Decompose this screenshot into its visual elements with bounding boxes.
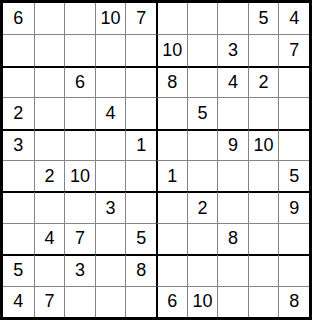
- cell-r10c9[interactable]: [248, 286, 279, 317]
- cell-r6c6[interactable]: 1: [156, 160, 187, 191]
- cell-r3c1[interactable]: [3, 66, 34, 97]
- cell-r5c2[interactable]: [34, 129, 65, 160]
- cell-r8c1[interactable]: [3, 223, 34, 254]
- cell-r3c10[interactable]: [278, 66, 309, 97]
- cell-r8c5[interactable]: 5: [125, 223, 156, 254]
- cell-r2c8[interactable]: 3: [217, 34, 248, 65]
- cell-r8c7[interactable]: [187, 223, 218, 254]
- cell-r3c7[interactable]: [187, 66, 218, 97]
- cell-r9c8[interactable]: [217, 254, 248, 285]
- cell-r3c6[interactable]: 8: [156, 66, 187, 97]
- cell-r2c3[interactable]: [64, 34, 95, 65]
- cell-r3c5[interactable]: [125, 66, 156, 97]
- cell-r6c3[interactable]: 10: [64, 160, 95, 191]
- cell-r10c5[interactable]: [125, 286, 156, 317]
- cell-r6c5[interactable]: [125, 160, 156, 191]
- cell-r3c8[interactable]: 4: [217, 66, 248, 97]
- cell-r8c6[interactable]: [156, 223, 187, 254]
- cell-r5c9[interactable]: 10: [248, 129, 279, 160]
- cell-r8c10[interactable]: [278, 223, 309, 254]
- cell-r4c5[interactable]: [125, 97, 156, 128]
- cell-r1c2[interactable]: [34, 3, 65, 34]
- cell-r4c9[interactable]: [248, 97, 279, 128]
- cell-r10c6[interactable]: 6: [156, 286, 187, 317]
- cell-r7c10[interactable]: 9: [278, 191, 309, 222]
- cell-r9c4[interactable]: [95, 254, 126, 285]
- cell-r9c5[interactable]: 8: [125, 254, 156, 285]
- cell-r10c8[interactable]: [217, 286, 248, 317]
- cell-r1c9[interactable]: 5: [248, 3, 279, 34]
- cell-r4c6[interactable]: [156, 97, 187, 128]
- cell-r10c4[interactable]: [95, 286, 126, 317]
- cell-r7c9[interactable]: [248, 191, 279, 222]
- cell-r2c5[interactable]: [125, 34, 156, 65]
- cell-r3c9[interactable]: 2: [248, 66, 279, 97]
- cell-r6c10[interactable]: 5: [278, 160, 309, 191]
- cell-r6c9[interactable]: [248, 160, 279, 191]
- cell-r10c3[interactable]: [64, 286, 95, 317]
- cell-r1c8[interactable]: [217, 3, 248, 34]
- cell-r5c1[interactable]: 3: [3, 129, 34, 160]
- cell-r4c2[interactable]: [34, 97, 65, 128]
- cell-r2c6[interactable]: 10: [156, 34, 187, 65]
- cell-r8c8[interactable]: 8: [217, 223, 248, 254]
- cell-r8c9[interactable]: [248, 223, 279, 254]
- cell-r1c4[interactable]: 10: [95, 3, 126, 34]
- cell-r5c6[interactable]: [156, 129, 187, 160]
- cell-r7c4[interactable]: 3: [95, 191, 126, 222]
- cell-r7c1[interactable]: [3, 191, 34, 222]
- cell-r7c5[interactable]: [125, 191, 156, 222]
- cell-r1c3[interactable]: [64, 3, 95, 34]
- cell-r9c2[interactable]: [34, 254, 65, 285]
- cell-r4c3[interactable]: [64, 97, 95, 128]
- cell-r9c9[interactable]: [248, 254, 279, 285]
- cell-r3c4[interactable]: [95, 66, 126, 97]
- cell-r3c3[interactable]: 6: [64, 66, 95, 97]
- sudoku-10x10-board: 6107541037684224531910210153294758538476…: [0, 0, 312, 320]
- cell-r6c4[interactable]: [95, 160, 126, 191]
- cell-r6c2[interactable]: 2: [34, 160, 65, 191]
- cell-r2c1[interactable]: [3, 34, 34, 65]
- cell-r4c7[interactable]: 5: [187, 97, 218, 128]
- cell-r2c2[interactable]: [34, 34, 65, 65]
- cell-r6c1[interactable]: [3, 160, 34, 191]
- cell-r2c4[interactable]: [95, 34, 126, 65]
- cell-r8c2[interactable]: 4: [34, 223, 65, 254]
- cell-r5c3[interactable]: [64, 129, 95, 160]
- cell-r10c7[interactable]: 10: [187, 286, 218, 317]
- cell-r7c7[interactable]: 2: [187, 191, 218, 222]
- cell-r4c10[interactable]: [278, 97, 309, 128]
- cell-r1c7[interactable]: [187, 3, 218, 34]
- cell-r5c4[interactable]: [95, 129, 126, 160]
- cell-r7c2[interactable]: [34, 191, 65, 222]
- cell-r8c3[interactable]: 7: [64, 223, 95, 254]
- cell-r1c10[interactable]: 4: [278, 3, 309, 34]
- cell-r2c9[interactable]: [248, 34, 279, 65]
- cell-r4c4[interactable]: 4: [95, 97, 126, 128]
- cell-r4c8[interactable]: [217, 97, 248, 128]
- cell-r10c2[interactable]: 7: [34, 286, 65, 317]
- cell-r9c6[interactable]: [156, 254, 187, 285]
- cell-r5c7[interactable]: [187, 129, 218, 160]
- cell-r9c10[interactable]: [278, 254, 309, 285]
- cell-r1c1[interactable]: 6: [3, 3, 34, 34]
- cell-r1c5[interactable]: 7: [125, 3, 156, 34]
- cell-r5c5[interactable]: 1: [125, 129, 156, 160]
- cell-r7c8[interactable]: [217, 191, 248, 222]
- cell-r6c8[interactable]: [217, 160, 248, 191]
- cell-r1c6[interactable]: [156, 3, 187, 34]
- cell-r4c1[interactable]: 2: [3, 97, 34, 128]
- cell-r9c3[interactable]: 3: [64, 254, 95, 285]
- cell-r9c7[interactable]: [187, 254, 218, 285]
- cell-r6c7[interactable]: [187, 160, 218, 191]
- cell-r2c7[interactable]: [187, 34, 218, 65]
- cell-r3c2[interactable]: [34, 66, 65, 97]
- cell-r10c10[interactable]: 8: [278, 286, 309, 317]
- cell-r9c1[interactable]: 5: [3, 254, 34, 285]
- cell-r7c6[interactable]: [156, 191, 187, 222]
- cell-r5c8[interactable]: 9: [217, 129, 248, 160]
- cell-r10c1[interactable]: 4: [3, 286, 34, 317]
- cell-r2c10[interactable]: 7: [278, 34, 309, 65]
- cell-r7c3[interactable]: [64, 191, 95, 222]
- cell-r8c4[interactable]: [95, 223, 126, 254]
- cell-r5c10[interactable]: [278, 129, 309, 160]
